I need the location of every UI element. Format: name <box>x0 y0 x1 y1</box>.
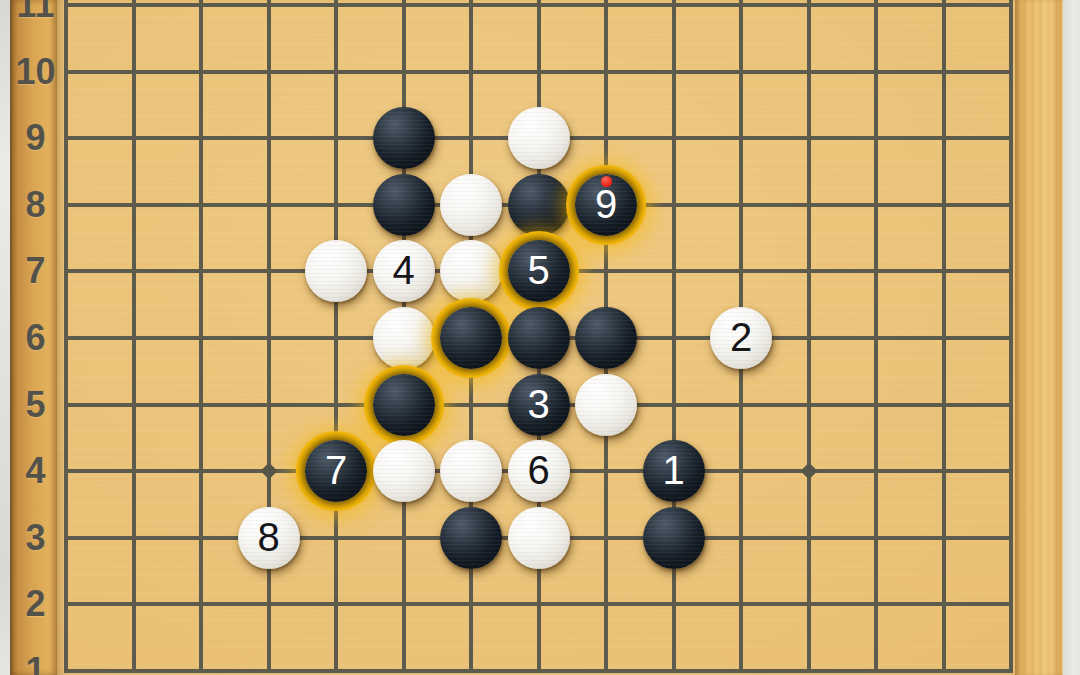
stone-white-c5r7 <box>305 240 367 302</box>
winning-stone-black-move-5-c8r7: 5 <box>508 240 570 302</box>
winning-stone-black-move-9-c9r8: 9 <box>575 174 637 236</box>
move-number-label: 9 <box>595 184 617 224</box>
stone-white-c8r3 <box>508 507 570 569</box>
move-number-label: 3 <box>527 384 549 424</box>
stone-black-move-3-c8r5: 3 <box>508 374 570 436</box>
stone-white-c7r7 <box>440 240 502 302</box>
stone-black-c6r8 <box>373 174 435 236</box>
stone-white-move-2-c11r6: 2 <box>710 307 772 369</box>
stone-white-move-8-c4r3: 8 <box>238 507 300 569</box>
gomoku-game-screen: 1110987654321 945237618 <box>0 0 1080 675</box>
move-number-label: 5 <box>527 250 549 290</box>
move-number-label: 6 <box>527 450 549 490</box>
stone-white-move-4-c6r7: 4 <box>373 240 435 302</box>
stone-white-c7r4 <box>440 440 502 502</box>
stone-black-c6r9 <box>373 107 435 169</box>
background-right-strip <box>1063 0 1080 675</box>
stone-black-c9r6 <box>575 307 637 369</box>
move-number-label: 8 <box>257 517 279 557</box>
winning-stone-black-c7r6 <box>440 307 502 369</box>
board-right-edge <box>1015 0 1064 675</box>
winning-stone-black-move-7-c5r4: 7 <box>305 440 367 502</box>
move-number-label: 4 <box>392 250 414 290</box>
stone-black-c10r3 <box>643 507 705 569</box>
last-move-red-dot <box>601 176 612 187</box>
background-left-strip <box>0 0 10 675</box>
stone-black-c7r3 <box>440 507 502 569</box>
board-face[interactable]: 945237618 <box>57 0 1015 675</box>
stone-white-c8r9 <box>508 107 570 169</box>
stone-white-move-6-c8r4: 6 <box>508 440 570 502</box>
move-number-label: 1 <box>662 450 684 490</box>
stone-white-c7r8 <box>440 174 502 236</box>
stone-white-c6r6 <box>373 307 435 369</box>
move-number-label: 7 <box>325 450 347 490</box>
stone-white-c9r5 <box>575 374 637 436</box>
stone-white-c6r4 <box>373 440 435 502</box>
stone-black-c8r8 <box>508 174 570 236</box>
stone-black-c8r6 <box>508 307 570 369</box>
stones-grid: 945237618 <box>32 0 1045 675</box>
winning-stone-black-c6r5 <box>373 374 435 436</box>
move-number-label: 2 <box>730 317 752 357</box>
stone-black-move-1-c10r4: 1 <box>643 440 705 502</box>
